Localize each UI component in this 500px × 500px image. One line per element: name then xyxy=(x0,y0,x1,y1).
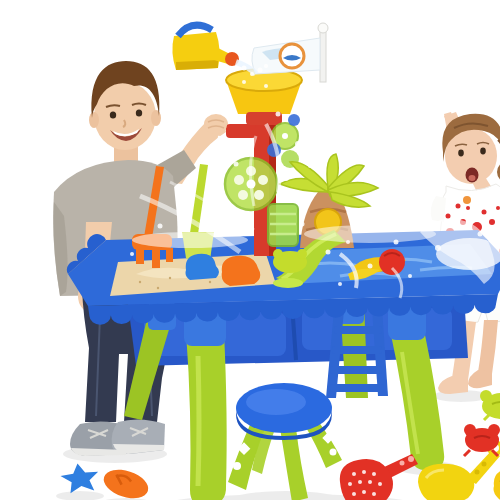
boy-eye-left xyxy=(110,111,116,118)
girl-foot-front xyxy=(438,376,468,394)
girl-eye-left xyxy=(458,150,464,157)
slide-end-cap xyxy=(273,278,303,288)
tower-bracket xyxy=(226,124,256,138)
pull-chain xyxy=(220,136,224,188)
red-sieve-shovel xyxy=(340,454,418,500)
stool-seat-highlight xyxy=(246,389,306,415)
girl-foot-back xyxy=(468,370,492,388)
girl-leg-back xyxy=(478,320,498,374)
green-tank xyxy=(268,204,298,246)
green-crab-mold-table xyxy=(273,249,307,273)
yellow-shell-mold xyxy=(494,467,500,500)
boy-eye-right xyxy=(136,109,142,116)
blue-starfish-mold xyxy=(59,461,102,494)
green-crab-mold-floor xyxy=(480,388,500,420)
girl-sleeve-left xyxy=(431,196,446,222)
orange-flipflop-mold xyxy=(100,465,152,500)
girl-dress-graphic xyxy=(463,196,471,204)
red-crab-mold xyxy=(464,424,500,456)
boy-fist-overlay xyxy=(205,116,227,134)
boy-ear-left xyxy=(89,112,99,128)
girl-tongue xyxy=(469,175,476,181)
play-table-scene xyxy=(40,16,500,500)
stool xyxy=(228,383,342,500)
front-left-leg xyxy=(184,308,227,500)
product-image xyxy=(40,16,500,500)
red-tomato-mold xyxy=(379,249,405,275)
boy-ear-right xyxy=(151,110,161,126)
girl-eye-right xyxy=(480,148,486,155)
